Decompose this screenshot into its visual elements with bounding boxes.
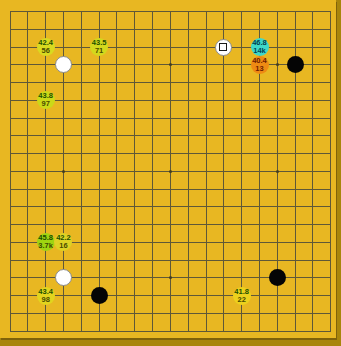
grid-line-vertical-12 (206, 11, 207, 332)
go-board[interactable]: 46.814k40.41342.45643.57143.89745.83.7k4… (0, 0, 336, 338)
visits-label: 22 (238, 296, 246, 304)
stone-black-r16 (287, 56, 304, 73)
grid-line-horizontal-18 (10, 313, 332, 314)
candidate-c17[interactable]: 42.456 (37, 38, 55, 56)
grid-line-horizontal-12 (10, 206, 332, 207)
visits-label: 56 (41, 47, 49, 55)
visits-label: 71 (95, 47, 103, 55)
candidate-o3[interactable]: 41.822 (233, 287, 251, 305)
grid-line-vertical-11 (188, 11, 189, 332)
candidate-d6[interactable]: 42.216 (54, 233, 72, 251)
app-background: { "game": "go", "board": { "size": 19, "… (0, 0, 341, 346)
star-point (169, 170, 172, 173)
grid-line-horizontal-15 (10, 260, 332, 261)
candidate-c14[interactable]: 43.897 (37, 91, 55, 109)
grid-line-horizontal-13 (10, 224, 332, 225)
star-point (276, 63, 279, 66)
visits-label: 13 (255, 65, 263, 73)
star-point (276, 170, 279, 173)
grid-line-vertical-19 (330, 11, 331, 332)
star-point (169, 63, 172, 66)
visits-label: 14k (253, 47, 266, 55)
grid-line-vertical-14 (241, 11, 242, 332)
visits-label: 97 (41, 100, 49, 108)
last-move-marker-icon (219, 43, 227, 51)
candidate-p17-best[interactable]: 46.814k (251, 38, 269, 56)
grid-line-horizontal-19 (10, 331, 332, 332)
candidate-p16[interactable]: 40.413 (251, 56, 269, 74)
star-point (62, 170, 65, 173)
candidate-c6[interactable]: 45.83.7k (37, 233, 55, 251)
visits-label: 98 (41, 296, 49, 304)
visits-label: 3.7k (38, 242, 53, 250)
stone-black-q4 (269, 269, 286, 286)
star-point (169, 276, 172, 279)
candidate-c3[interactable]: 43.498 (37, 287, 55, 305)
candidate-f17[interactable]: 43.571 (90, 38, 108, 56)
stone-white-d16 (55, 56, 72, 73)
grid-line-horizontal-11 (10, 189, 332, 190)
visits-label: 16 (59, 242, 67, 250)
grid-line-vertical-13 (223, 11, 224, 332)
stone-white-d4 (55, 269, 72, 286)
grid-line-vertical-18 (312, 11, 313, 332)
stone-black-f3 (91, 287, 108, 304)
grid-line-horizontal-17 (10, 295, 332, 296)
